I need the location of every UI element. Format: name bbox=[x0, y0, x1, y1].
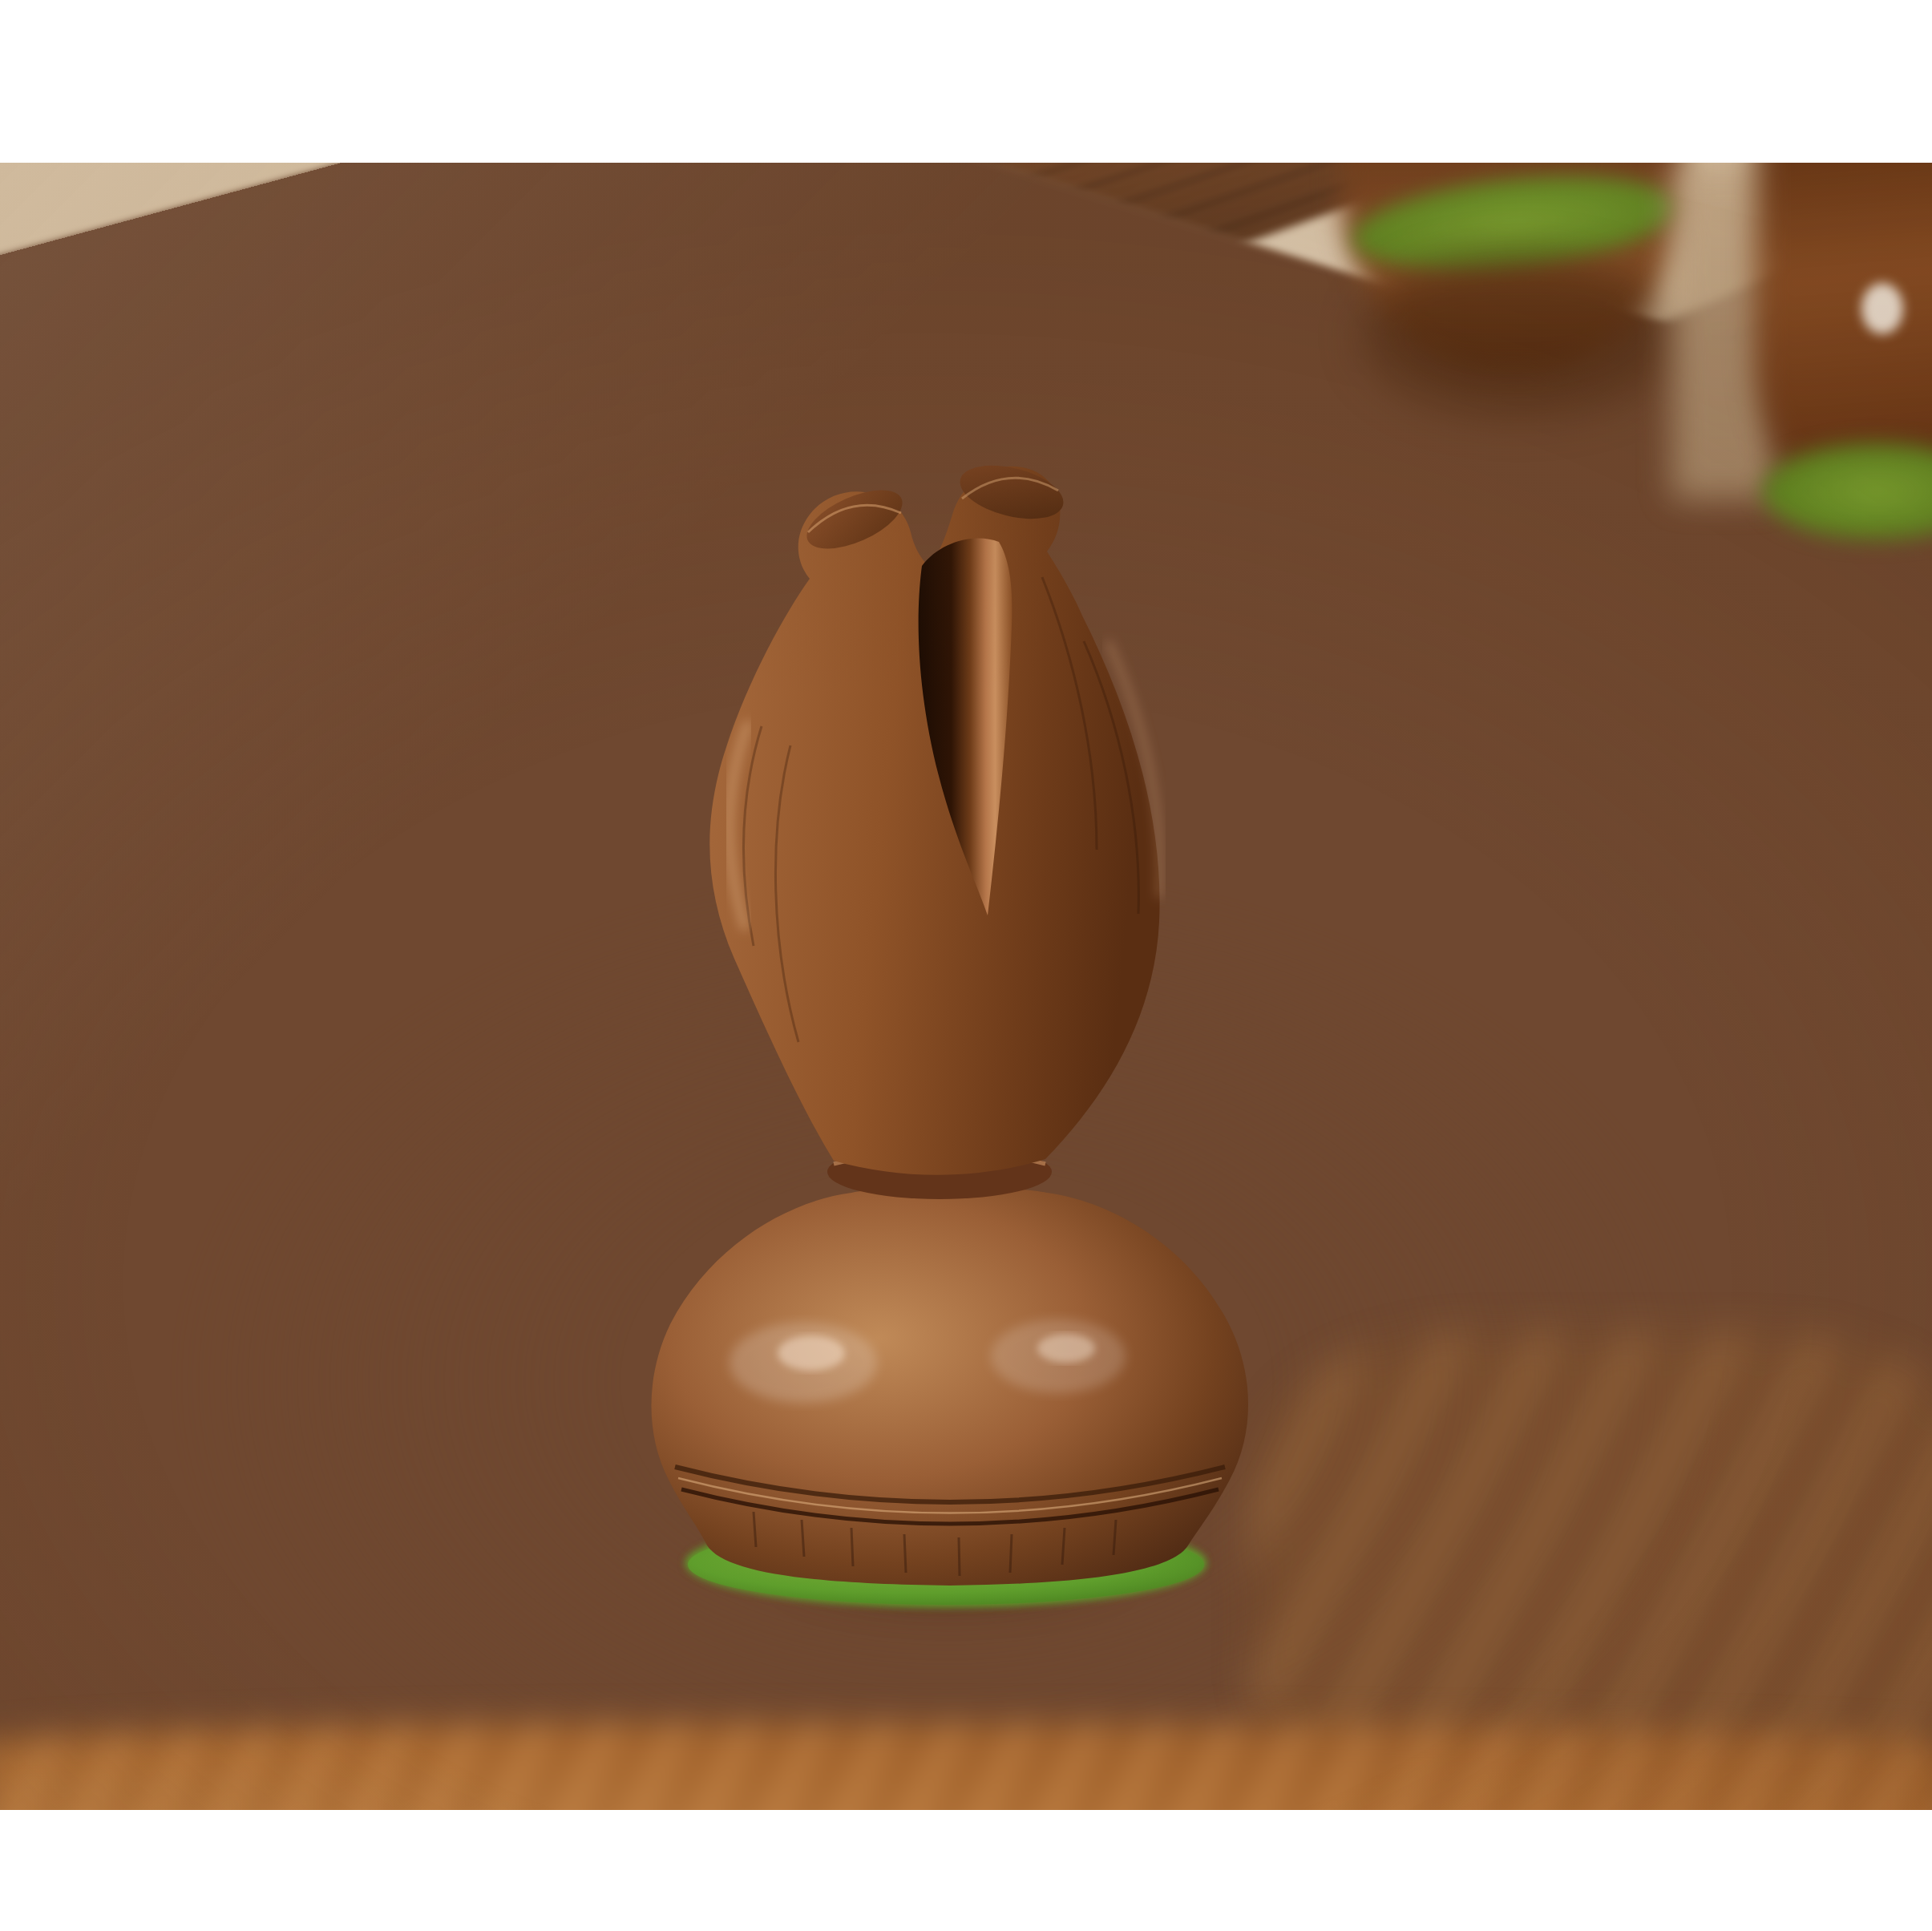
bishop-piece bbox=[609, 409, 1291, 1619]
bishop-mitre-body bbox=[709, 456, 1160, 1175]
foreground-blur-strip bbox=[0, 1722, 1932, 1810]
bishop-base-bulb bbox=[651, 1187, 1248, 1586]
blurred-piece-shadow bbox=[1363, 255, 1677, 415]
product-photo-frame bbox=[0, 0, 1932, 1931]
board-photo bbox=[0, 163, 1932, 1810]
blurred-piece-highlight bbox=[1861, 283, 1903, 334]
